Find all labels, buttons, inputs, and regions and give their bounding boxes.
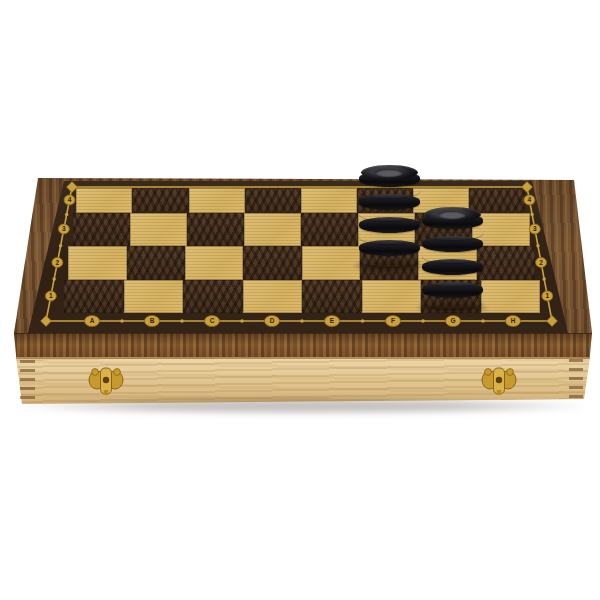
square-a3[interactable] xyxy=(73,213,130,246)
checker-recess-ring xyxy=(375,169,403,178)
box-shadow xyxy=(24,398,580,414)
square-e2[interactable] xyxy=(302,246,360,280)
square-a4[interactable] xyxy=(76,188,132,213)
product-photo-scene: 11223344ABCDEFGH xyxy=(0,0,600,600)
square-d2[interactable] xyxy=(243,246,301,280)
square-c3[interactable] xyxy=(187,213,244,246)
square-h2[interactable] xyxy=(477,246,535,280)
square-b2[interactable] xyxy=(127,246,185,280)
box-joint-left xyxy=(20,360,35,403)
brass-clasp-left[interactable] xyxy=(86,362,126,400)
square-b3[interactable] xyxy=(130,213,187,246)
square-a1[interactable] xyxy=(64,280,124,314)
box-joint-right xyxy=(569,359,583,399)
square-b1[interactable] xyxy=(124,280,184,314)
lid-front-edge xyxy=(14,333,592,358)
brass-clasp-right[interactable] xyxy=(479,362,519,400)
square-c1[interactable] xyxy=(183,280,243,314)
square-c4[interactable] xyxy=(189,188,245,213)
square-a2[interactable] xyxy=(68,246,126,280)
square-b4[interactable] xyxy=(132,188,188,213)
checker-recess-ring xyxy=(438,211,466,220)
square-d1[interactable] xyxy=(243,280,303,314)
square-c2[interactable] xyxy=(185,246,243,280)
square-d3[interactable] xyxy=(244,213,301,246)
square-f1[interactable] xyxy=(362,280,422,314)
square-e1[interactable] xyxy=(302,280,362,314)
square-h4[interactable] xyxy=(469,188,525,213)
square-e3[interactable] xyxy=(301,213,358,246)
square-d4[interactable] xyxy=(245,188,301,213)
square-e4[interactable] xyxy=(301,188,357,213)
square-h1[interactable] xyxy=(481,280,541,314)
